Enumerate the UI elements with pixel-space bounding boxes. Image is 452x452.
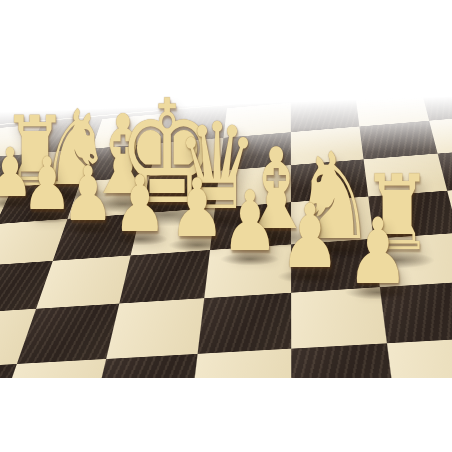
page: { "game": "chess", "scene": { "type": "p… xyxy=(0,0,452,452)
piece-contact-shadow xyxy=(345,285,412,300)
bottom-white-margin xyxy=(0,378,452,452)
piece-contact-shadow xyxy=(111,233,168,245)
white-pawn-4[interactable]: ♟ xyxy=(113,165,167,243)
white-pawn-7[interactable]: ♟ xyxy=(280,193,341,281)
piece-contact-shadow xyxy=(220,252,281,265)
white-pawn-8[interactable]: ♟ xyxy=(347,206,410,297)
white-pawn-3[interactable]: ♟ xyxy=(62,157,114,232)
product-photo: ♟♜♟♞♟♝♟♚♟♛♟♝♟♞♟♜ xyxy=(0,0,452,378)
piece-contact-shadow xyxy=(168,239,227,252)
white-pawn-5[interactable]: ♟ xyxy=(169,168,225,249)
piece-contact-shadow xyxy=(60,223,115,235)
piece-contact-shadow xyxy=(278,269,343,283)
pieces-layer: ♟♜♟♞♟♝♟♚♟♛♟♝♟♞♟♜ xyxy=(0,0,452,378)
white-pawn-6[interactable]: ♟ xyxy=(221,180,278,263)
